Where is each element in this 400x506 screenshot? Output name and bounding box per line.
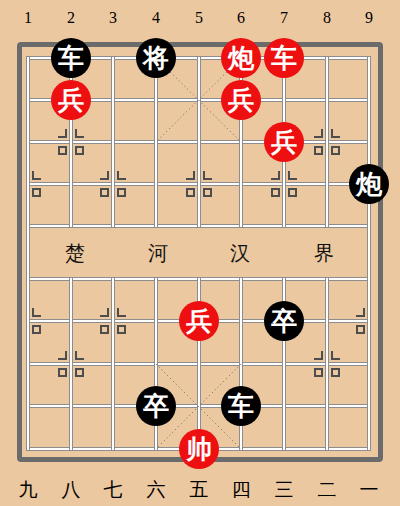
point-marker — [58, 368, 67, 377]
point-marker — [75, 368, 84, 377]
point-marker — [75, 146, 84, 155]
point-marker — [117, 188, 126, 197]
black-车-piece[interactable]: 车 — [221, 386, 261, 426]
point-marker — [58, 146, 67, 155]
file-label-top-6: 6 — [226, 10, 256, 26]
file-label-bottom-6: 四 — [226, 480, 256, 499]
black-炮-piece[interactable]: 炮 — [349, 164, 389, 204]
file-label-top-5: 5 — [184, 10, 214, 26]
file-label-top-9: 9 — [354, 10, 384, 26]
point-marker — [32, 308, 41, 317]
black-卒-piece[interactable]: 卒 — [264, 301, 304, 341]
file-label-bottom-7: 三 — [269, 480, 299, 499]
red-兵-piece[interactable]: 兵 — [51, 80, 91, 120]
grid-line — [154, 56, 158, 228]
point-marker — [58, 129, 67, 138]
point-marker — [100, 308, 109, 317]
red-兵-piece[interactable]: 兵 — [179, 301, 219, 341]
red-兵-piece[interactable]: 兵 — [221, 80, 261, 120]
point-marker — [314, 146, 323, 155]
file-label-top-8: 8 — [312, 10, 342, 26]
black-卒-piece[interactable]: 卒 — [136, 386, 176, 426]
point-marker — [117, 171, 126, 180]
point-marker — [75, 351, 84, 360]
grid-line — [69, 277, 73, 451]
point-marker — [288, 188, 297, 197]
point-marker — [356, 325, 365, 334]
grid-line — [197, 56, 201, 228]
point-marker — [331, 368, 340, 377]
point-marker — [100, 325, 109, 334]
file-label-bottom-1: 九 — [13, 480, 43, 499]
point-marker — [186, 188, 195, 197]
river-char-4: 界 — [309, 243, 339, 263]
file-label-bottom-8: 二 — [312, 480, 342, 499]
file-label-top-3: 3 — [98, 10, 128, 26]
river-char-1: 楚 — [60, 243, 90, 263]
point-marker — [203, 188, 212, 197]
grid-line — [367, 56, 371, 451]
grid-line — [325, 277, 329, 451]
point-marker — [314, 368, 323, 377]
black-将-piece[interactable]: 将 — [136, 38, 176, 78]
file-label-top-2: 2 — [56, 10, 86, 26]
file-label-top-4: 4 — [141, 10, 171, 26]
point-marker — [58, 351, 67, 360]
point-marker — [271, 188, 280, 197]
point-marker — [288, 171, 297, 180]
file-label-bottom-3: 七 — [98, 480, 128, 499]
file-label-bottom-4: 六 — [141, 480, 171, 499]
point-marker — [32, 325, 41, 334]
red-兵-piece[interactable]: 兵 — [264, 122, 304, 162]
file-label-bottom-2: 八 — [56, 480, 86, 499]
point-marker — [271, 171, 280, 180]
point-marker — [314, 129, 323, 138]
file-label-top-7: 7 — [269, 10, 299, 26]
point-marker — [117, 308, 126, 317]
point-marker — [314, 351, 323, 360]
point-marker — [32, 188, 41, 197]
point-marker — [331, 146, 340, 155]
point-marker — [331, 129, 340, 138]
xiangqi-board-screen: 123456789 楚河汉界 车将炮车兵兵兵炮兵卒卒车帅 九八七六五四三二一 — [0, 0, 400, 506]
point-marker — [186, 171, 195, 180]
point-marker — [100, 171, 109, 180]
file-label-top-1: 1 — [13, 10, 43, 26]
point-marker — [203, 171, 212, 180]
point-marker — [100, 188, 109, 197]
grid-line — [26, 56, 30, 451]
grid-line — [111, 56, 115, 228]
point-marker — [117, 325, 126, 334]
black-车-piece[interactable]: 车 — [51, 38, 91, 78]
point-marker — [32, 171, 41, 180]
grid-line — [325, 56, 329, 228]
point-marker — [356, 308, 365, 317]
point-marker — [331, 351, 340, 360]
file-label-bottom-9: 一 — [354, 480, 384, 499]
file-label-bottom-5: 五 — [184, 480, 214, 499]
river-char-2: 河 — [143, 243, 173, 263]
grid-line — [111, 277, 115, 451]
red-炮-piece[interactable]: 炮 — [221, 38, 261, 78]
point-marker — [75, 129, 84, 138]
river-char-3: 汉 — [225, 243, 255, 263]
red-帅-piece[interactable]: 帅 — [179, 429, 219, 469]
red-车-piece[interactable]: 车 — [264, 38, 304, 78]
